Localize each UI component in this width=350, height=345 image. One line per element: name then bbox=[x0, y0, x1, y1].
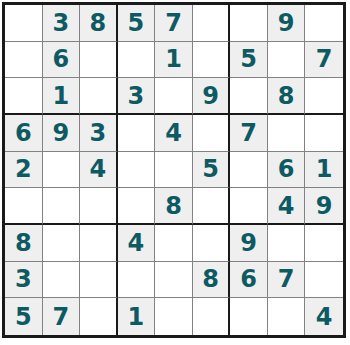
cell-r3c9[interactable] bbox=[305, 78, 343, 115]
cell-r6c6[interactable] bbox=[193, 188, 231, 225]
cell-r3c6: 9 bbox=[193, 78, 231, 115]
cell-r9c8[interactable] bbox=[268, 298, 306, 335]
cell-r5c7[interactable] bbox=[230, 152, 268, 189]
cell-r6c4[interactable] bbox=[118, 188, 156, 225]
cell-r8c1: 3 bbox=[5, 262, 43, 299]
cell-r4c9[interactable] bbox=[305, 115, 343, 152]
cell-r1c7[interactable] bbox=[230, 5, 268, 42]
sudoku-board: 3857961571398693472456184984938675714 bbox=[2, 2, 346, 338]
cell-r1c5: 7 bbox=[155, 5, 193, 42]
cell-r9c1: 5 bbox=[5, 298, 43, 335]
cell-r1c1[interactable] bbox=[5, 5, 43, 42]
cell-r7c9[interactable] bbox=[305, 225, 343, 262]
cell-r5c9: 1 bbox=[305, 152, 343, 189]
cell-r3c4: 3 bbox=[118, 78, 156, 115]
cell-r4c4[interactable] bbox=[118, 115, 156, 152]
cell-r2c8[interactable] bbox=[268, 42, 306, 79]
cell-r4c1: 6 bbox=[5, 115, 43, 152]
cell-r2c5: 1 bbox=[155, 42, 193, 79]
cell-r1c3: 8 bbox=[80, 5, 118, 42]
cell-r7c1: 8 bbox=[5, 225, 43, 262]
cell-r6c5: 8 bbox=[155, 188, 193, 225]
cell-r6c7[interactable] bbox=[230, 188, 268, 225]
cell-r7c3[interactable] bbox=[80, 225, 118, 262]
cell-r2c7: 5 bbox=[230, 42, 268, 79]
cell-r1c9[interactable] bbox=[305, 5, 343, 42]
cell-r4c3: 3 bbox=[80, 115, 118, 152]
cell-r7c8[interactable] bbox=[268, 225, 306, 262]
cell-r7c4: 4 bbox=[118, 225, 156, 262]
cell-r8c6: 8 bbox=[193, 262, 231, 299]
cell-r5c3: 4 bbox=[80, 152, 118, 189]
cell-r7c6[interactable] bbox=[193, 225, 231, 262]
sudoku-board-wrap: 3857961571398693472456184984938675714 bbox=[2, 2, 346, 338]
cell-r2c4[interactable] bbox=[118, 42, 156, 79]
cell-r5c5[interactable] bbox=[155, 152, 193, 189]
cell-r9c2: 7 bbox=[43, 298, 81, 335]
cell-r6c8: 4 bbox=[268, 188, 306, 225]
cell-r9c3[interactable] bbox=[80, 298, 118, 335]
cell-r3c8: 8 bbox=[268, 78, 306, 115]
cell-r4c5: 4 bbox=[155, 115, 193, 152]
cell-r1c8: 9 bbox=[268, 5, 306, 42]
cell-r2c2: 6 bbox=[43, 42, 81, 79]
cell-r3c7[interactable] bbox=[230, 78, 268, 115]
cell-r9c5[interactable] bbox=[155, 298, 193, 335]
cell-r8c8: 7 bbox=[268, 262, 306, 299]
cell-r2c6[interactable] bbox=[193, 42, 231, 79]
cell-r4c7: 7 bbox=[230, 115, 268, 152]
cell-r8c2[interactable] bbox=[43, 262, 81, 299]
cell-r1c6[interactable] bbox=[193, 5, 231, 42]
cell-r8c7: 6 bbox=[230, 262, 268, 299]
cell-r7c2[interactable] bbox=[43, 225, 81, 262]
cell-r9c7[interactable] bbox=[230, 298, 268, 335]
cell-r8c9[interactable] bbox=[305, 262, 343, 299]
cell-r8c5[interactable] bbox=[155, 262, 193, 299]
cell-r5c1: 2 bbox=[5, 152, 43, 189]
cell-r7c5[interactable] bbox=[155, 225, 193, 262]
cell-r3c1[interactable] bbox=[5, 78, 43, 115]
cell-r7c7: 9 bbox=[230, 225, 268, 262]
cell-r8c4[interactable] bbox=[118, 262, 156, 299]
cell-r3c3[interactable] bbox=[80, 78, 118, 115]
cell-r6c9: 9 bbox=[305, 188, 343, 225]
cell-r6c3[interactable] bbox=[80, 188, 118, 225]
cell-r5c8: 6 bbox=[268, 152, 306, 189]
cell-r8c3[interactable] bbox=[80, 262, 118, 299]
cell-r9c9: 4 bbox=[305, 298, 343, 335]
cell-r1c4: 5 bbox=[118, 5, 156, 42]
cell-r9c4: 1 bbox=[118, 298, 156, 335]
cell-r2c3[interactable] bbox=[80, 42, 118, 79]
cell-r4c8[interactable] bbox=[268, 115, 306, 152]
cell-r5c4[interactable] bbox=[118, 152, 156, 189]
cell-r2c1[interactable] bbox=[5, 42, 43, 79]
cell-r2c9: 7 bbox=[305, 42, 343, 79]
cell-r4c2: 9 bbox=[43, 115, 81, 152]
cell-r5c2[interactable] bbox=[43, 152, 81, 189]
cell-r6c1[interactable] bbox=[5, 188, 43, 225]
cell-r3c5[interactable] bbox=[155, 78, 193, 115]
cell-r4c6[interactable] bbox=[193, 115, 231, 152]
cell-r3c2: 1 bbox=[43, 78, 81, 115]
cell-r1c2: 3 bbox=[43, 5, 81, 42]
cell-r6c2[interactable] bbox=[43, 188, 81, 225]
cell-r9c6[interactable] bbox=[193, 298, 231, 335]
cell-r5c6: 5 bbox=[193, 152, 231, 189]
